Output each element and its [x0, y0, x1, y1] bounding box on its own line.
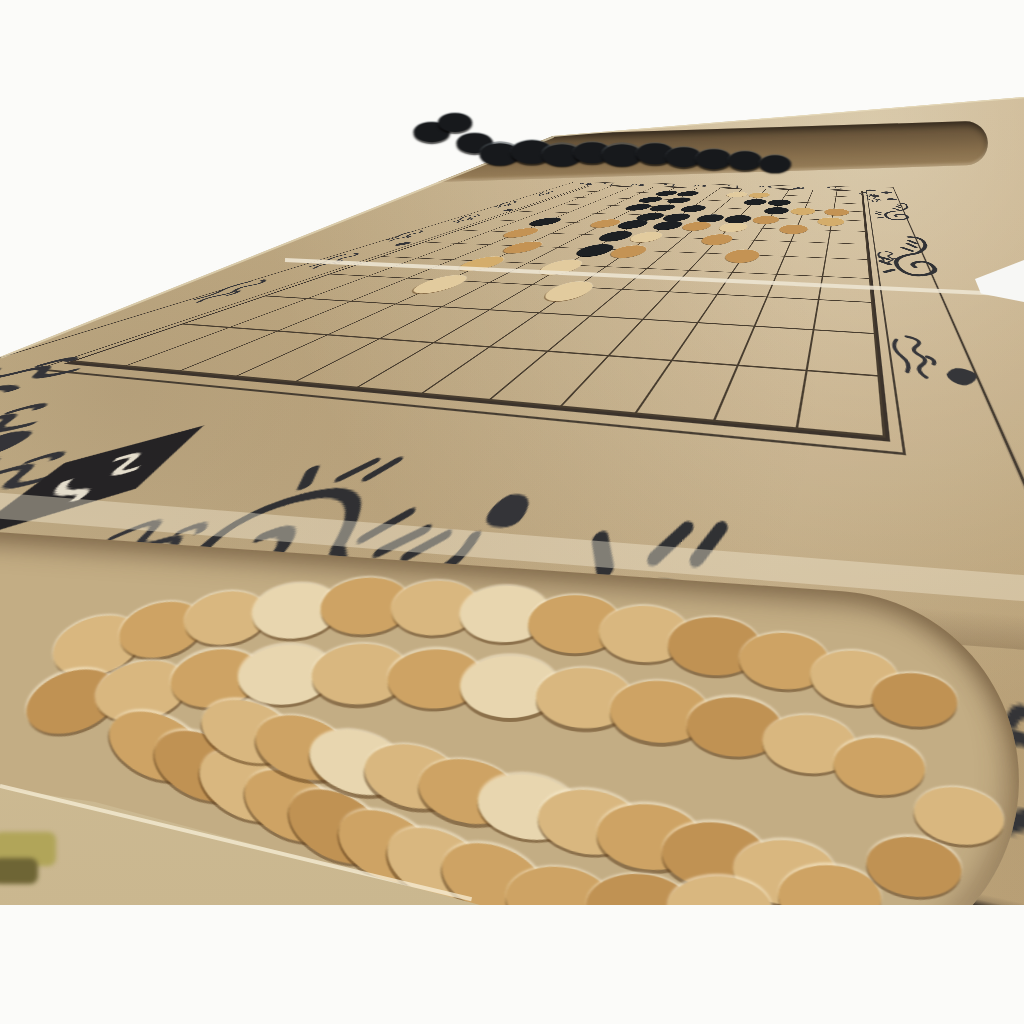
white-stone: ●	[775, 222, 812, 235]
white-stone: ●	[787, 206, 818, 216]
grid-cell	[814, 300, 875, 334]
wooden-reserve-stone: ●	[658, 856, 782, 947]
photo-of-go-set: ●●●●●●●●●●●●●●●●●●●●●●●●●●●●●●●●●●●●●●● …	[0, 0, 1024, 1024]
brass-latch-shadow	[0, 858, 38, 884]
grid-cell	[808, 330, 880, 376]
photo-area: ●●●●●●●●●●●●●●●●●●●●●●●●●●●●●●●●●●●●●●● …	[0, 0, 1024, 1024]
black-reserve-stone: ●	[757, 150, 794, 173]
grid-cell	[823, 258, 870, 279]
grid-cell	[777, 257, 826, 277]
grid-cell	[768, 275, 824, 300]
white-stone: ●	[814, 215, 846, 226]
grid-cell	[785, 242, 829, 258]
grid-cell	[826, 243, 868, 260]
white-stone: ●	[748, 214, 784, 225]
grid-cell	[798, 371, 886, 437]
grid-cell	[755, 297, 819, 330]
grid-cell	[819, 277, 872, 303]
wooden-reserve-stone: ●	[903, 765, 1018, 856]
